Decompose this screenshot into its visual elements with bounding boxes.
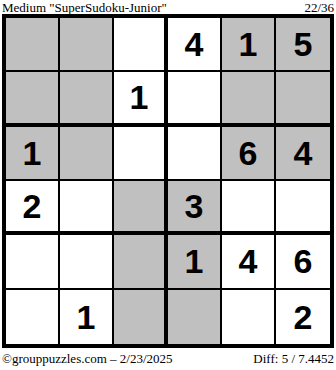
cell-r4c5[interactable] xyxy=(222,181,276,235)
cell-r3c3[interactable] xyxy=(114,127,168,181)
sudoku-grid: 41511642314612 xyxy=(2,14,334,348)
cell-r4c3[interactable] xyxy=(114,181,168,235)
cell-r6c1[interactable] xyxy=(6,290,60,344)
cell-r6c6: 2 xyxy=(276,290,330,344)
cell-r5c5: 4 xyxy=(222,235,276,289)
cell-r1c1[interactable] xyxy=(6,18,60,72)
cell-r2c6[interactable] xyxy=(276,72,330,126)
cell-r3c1: 1 xyxy=(6,127,60,181)
cell-r6c5[interactable] xyxy=(222,290,276,344)
cell-r1c3[interactable] xyxy=(114,18,168,72)
cell-r6c3[interactable] xyxy=(114,290,168,344)
cell-r1c5: 1 xyxy=(222,18,276,72)
cell-r2c2[interactable] xyxy=(60,72,114,126)
cell-r1c6: 5 xyxy=(276,18,330,72)
difficulty-label: Diff: 5 / 7.4452 xyxy=(253,351,334,367)
cell-r2c4[interactable] xyxy=(168,72,222,126)
cell-r4c6[interactable] xyxy=(276,181,330,235)
cell-r6c4[interactable] xyxy=(168,290,222,344)
cell-r4c1: 2 xyxy=(6,181,60,235)
cell-r3c2[interactable] xyxy=(60,127,114,181)
cell-r5c4: 1 xyxy=(168,235,222,289)
cell-r1c2[interactable] xyxy=(60,18,114,72)
cell-r5c3[interactable] xyxy=(114,235,168,289)
cell-r3c6: 4 xyxy=(276,127,330,181)
cell-r4c4: 3 xyxy=(168,181,222,235)
cell-r3c4[interactable] xyxy=(168,127,222,181)
footer-bar: ©grouppuzzles.com – 2/23/2025 Diff: 5 / … xyxy=(2,351,334,367)
cell-r5c1[interactable] xyxy=(6,235,60,289)
cell-r2c5[interactable] xyxy=(222,72,276,126)
cell-r1c4: 4 xyxy=(168,18,222,72)
cell-r2c1[interactable] xyxy=(6,72,60,126)
cell-r5c2[interactable] xyxy=(60,235,114,289)
cell-r6c2: 1 xyxy=(60,290,114,344)
cell-r3c5: 6 xyxy=(222,127,276,181)
copyright-credit: ©grouppuzzles.com – 2/23/2025 xyxy=(2,351,173,367)
cell-r4c2[interactable] xyxy=(60,181,114,235)
cell-r5c6: 6 xyxy=(276,235,330,289)
cell-r2c3: 1 xyxy=(114,72,168,126)
